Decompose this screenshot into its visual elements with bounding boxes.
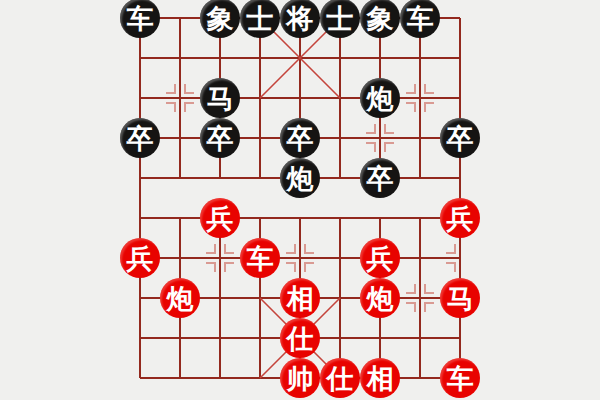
red-advisor[interactable]: 仕 bbox=[320, 358, 360, 398]
red-cannon[interactable]: 炮 bbox=[360, 278, 400, 318]
red-soldier[interactable]: 兵 bbox=[200, 198, 240, 238]
red-soldier[interactable]: 兵 bbox=[120, 238, 160, 278]
red-elephant[interactable]: 相 bbox=[280, 278, 320, 318]
black-horse[interactable]: 马 bbox=[200, 78, 240, 118]
red-chariot[interactable]: 车 bbox=[440, 358, 480, 398]
xiangqi-board[interactable]: 车象士将士象车马炮卒卒卒卒炮卒兵兵兵车兵炮相炮马仕帅仕相车 bbox=[140, 18, 460, 378]
red-advisor[interactable]: 仕 bbox=[280, 318, 320, 358]
red-cannon[interactable]: 炮 bbox=[160, 278, 200, 318]
red-horse[interactable]: 马 bbox=[440, 278, 480, 318]
red-soldier[interactable]: 兵 bbox=[440, 198, 480, 238]
black-soldier[interactable]: 卒 bbox=[120, 118, 160, 158]
red-general[interactable]: 帅 bbox=[280, 358, 320, 398]
black-soldier[interactable]: 卒 bbox=[200, 118, 240, 158]
black-cannon[interactable]: 炮 bbox=[360, 78, 400, 118]
black-soldier[interactable]: 卒 bbox=[440, 118, 480, 158]
black-soldier[interactable]: 卒 bbox=[360, 158, 400, 198]
black-cannon[interactable]: 炮 bbox=[280, 158, 320, 198]
xiangqi-app: 车象士将士象车马炮卒卒卒卒炮卒兵兵兵车兵炮相炮马仕帅仕相车 bbox=[0, 0, 600, 400]
black-soldier[interactable]: 卒 bbox=[280, 118, 320, 158]
red-soldier[interactable]: 兵 bbox=[360, 238, 400, 278]
red-elephant[interactable]: 相 bbox=[360, 358, 400, 398]
red-chariot[interactable]: 车 bbox=[240, 238, 280, 278]
